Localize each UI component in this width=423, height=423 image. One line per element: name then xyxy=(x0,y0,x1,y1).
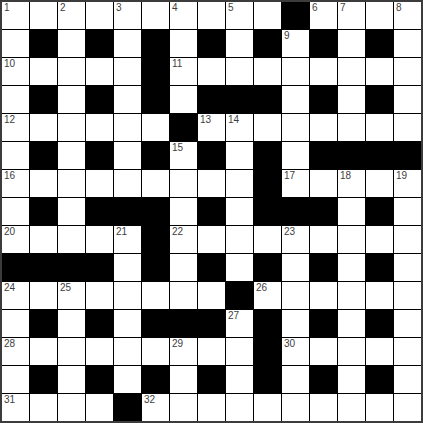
white-cell[interactable] xyxy=(338,58,365,85)
clue-number: 13 xyxy=(200,114,211,126)
clue-number: 3 xyxy=(116,2,122,14)
white-cell[interactable] xyxy=(310,170,337,197)
white-cell[interactable] xyxy=(170,170,197,197)
white-cell[interactable] xyxy=(282,310,309,337)
white-cell[interactable] xyxy=(58,366,85,393)
white-cell[interactable]: 2 xyxy=(58,2,85,29)
white-cell[interactable] xyxy=(394,282,421,309)
white-cell[interactable] xyxy=(114,142,141,169)
clue-number: 9 xyxy=(284,30,290,42)
white-cell[interactable]: 20 xyxy=(2,226,29,253)
white-cell[interactable] xyxy=(58,338,85,365)
black-cell xyxy=(142,30,169,57)
black-cell xyxy=(254,170,281,197)
clue-number: 31 xyxy=(4,394,15,406)
black-cell xyxy=(30,142,57,169)
black-cell xyxy=(142,226,169,253)
white-cell[interactable] xyxy=(198,170,225,197)
white-cell[interactable] xyxy=(282,86,309,113)
white-cell[interactable] xyxy=(226,198,253,225)
white-cell[interactable] xyxy=(394,198,421,225)
clue-number: 4 xyxy=(172,2,178,14)
clue-number: 20 xyxy=(4,226,15,238)
white-cell[interactable]: 27 xyxy=(226,310,253,337)
white-cell[interactable]: 6 xyxy=(310,2,337,29)
white-cell[interactable] xyxy=(254,226,281,253)
white-cell[interactable]: 24 xyxy=(2,282,29,309)
white-cell[interactable] xyxy=(30,394,57,421)
white-cell[interactable] xyxy=(198,282,225,309)
white-cell[interactable] xyxy=(366,338,393,365)
white-cell[interactable] xyxy=(254,58,281,85)
white-cell[interactable] xyxy=(58,226,85,253)
black-cell xyxy=(198,198,225,225)
black-cell xyxy=(30,86,57,113)
white-cell[interactable] xyxy=(282,282,309,309)
black-cell xyxy=(226,86,253,113)
white-cell[interactable] xyxy=(366,58,393,85)
black-cell xyxy=(30,30,57,57)
white-cell[interactable] xyxy=(58,142,85,169)
clue-number: 10 xyxy=(4,58,15,70)
clue-number: 15 xyxy=(172,142,183,154)
white-cell[interactable] xyxy=(226,254,253,281)
white-cell[interactable] xyxy=(310,338,337,365)
white-cell[interactable]: 17 xyxy=(282,170,309,197)
black-cell xyxy=(366,86,393,113)
white-cell[interactable] xyxy=(58,394,85,421)
clue-number: 28 xyxy=(4,338,15,350)
black-cell xyxy=(86,198,113,225)
white-cell[interactable] xyxy=(282,254,309,281)
black-cell xyxy=(114,394,141,421)
black-cell xyxy=(310,198,337,225)
black-cell xyxy=(142,58,169,85)
white-cell[interactable] xyxy=(310,58,337,85)
black-cell xyxy=(254,366,281,393)
clue-number: 22 xyxy=(172,226,183,238)
white-cell[interactable] xyxy=(58,86,85,113)
white-cell[interactable]: 3 xyxy=(114,2,141,29)
white-cell[interactable] xyxy=(86,338,113,365)
black-cell xyxy=(30,310,57,337)
white-cell[interactable] xyxy=(394,338,421,365)
black-cell xyxy=(142,254,169,281)
white-cell[interactable] xyxy=(86,58,113,85)
black-cell xyxy=(254,198,281,225)
black-cell xyxy=(86,254,113,281)
white-cell[interactable] xyxy=(86,394,113,421)
white-cell[interactable] xyxy=(86,226,113,253)
white-cell[interactable] xyxy=(366,170,393,197)
black-cell xyxy=(170,114,197,141)
white-cell[interactable] xyxy=(282,58,309,85)
black-cell xyxy=(366,254,393,281)
white-cell[interactable] xyxy=(114,282,141,309)
white-cell[interactable] xyxy=(2,310,29,337)
white-cell[interactable] xyxy=(114,58,141,85)
black-cell xyxy=(198,310,225,337)
white-cell[interactable] xyxy=(114,114,141,141)
black-cell xyxy=(254,338,281,365)
white-cell[interactable] xyxy=(142,282,169,309)
white-cell[interactable]: 31 xyxy=(2,394,29,421)
white-cell[interactable] xyxy=(198,2,225,29)
white-cell[interactable] xyxy=(170,86,197,113)
clue-number: 29 xyxy=(172,338,183,350)
white-cell[interactable]: 8 xyxy=(394,2,421,29)
white-cell[interactable] xyxy=(310,282,337,309)
black-cell xyxy=(142,310,169,337)
black-cell xyxy=(198,86,225,113)
black-cell xyxy=(142,142,169,169)
white-cell[interactable] xyxy=(2,366,29,393)
white-cell[interactable]: 9 xyxy=(282,30,309,57)
clue-number: 2 xyxy=(60,2,66,14)
white-cell[interactable]: 13 xyxy=(198,114,225,141)
black-cell xyxy=(282,198,309,225)
white-cell[interactable]: 30 xyxy=(282,338,309,365)
clue-number: 17 xyxy=(284,170,295,182)
black-cell xyxy=(142,86,169,113)
black-cell xyxy=(86,30,113,57)
black-cell xyxy=(366,366,393,393)
white-cell[interactable] xyxy=(282,366,309,393)
white-cell[interactable] xyxy=(394,254,421,281)
white-cell[interactable]: 26 xyxy=(254,282,281,309)
white-cell[interactable]: 15 xyxy=(170,142,197,169)
white-cell[interactable] xyxy=(30,226,57,253)
black-cell xyxy=(30,254,57,281)
white-cell[interactable] xyxy=(30,282,57,309)
clue-number: 8 xyxy=(396,2,402,14)
white-cell[interactable] xyxy=(30,2,57,29)
white-cell[interactable] xyxy=(198,226,225,253)
white-cell[interactable]: 16 xyxy=(2,170,29,197)
white-cell[interactable]: 7 xyxy=(338,2,365,29)
white-cell[interactable] xyxy=(58,198,85,225)
white-cell[interactable] xyxy=(142,114,169,141)
white-cell[interactable] xyxy=(226,58,253,85)
black-cell xyxy=(338,142,365,169)
black-cell xyxy=(254,310,281,337)
clue-number: 21 xyxy=(116,226,127,238)
white-cell[interactable] xyxy=(254,114,281,141)
white-cell[interactable] xyxy=(198,338,225,365)
white-cell[interactable]: 23 xyxy=(282,226,309,253)
black-cell xyxy=(86,142,113,169)
white-cell[interactable] xyxy=(394,310,421,337)
white-cell[interactable]: 4 xyxy=(170,2,197,29)
white-cell[interactable] xyxy=(226,226,253,253)
clue-number: 30 xyxy=(284,338,295,350)
clue-number: 18 xyxy=(340,170,351,182)
white-cell[interactable] xyxy=(86,2,113,29)
white-cell[interactable] xyxy=(30,338,57,365)
clue-number: 19 xyxy=(396,170,407,182)
white-cell[interactable] xyxy=(254,394,281,421)
white-cell[interactable] xyxy=(366,2,393,29)
white-cell[interactable] xyxy=(30,170,57,197)
black-cell xyxy=(310,254,337,281)
black-cell xyxy=(198,366,225,393)
white-cell[interactable] xyxy=(366,282,393,309)
black-cell xyxy=(310,142,337,169)
black-cell xyxy=(198,254,225,281)
black-cell xyxy=(366,142,393,169)
white-cell[interactable] xyxy=(338,254,365,281)
black-cell xyxy=(2,254,29,281)
white-cell[interactable] xyxy=(2,86,29,113)
white-cell[interactable] xyxy=(114,170,141,197)
white-cell[interactable]: 10 xyxy=(2,58,29,85)
white-cell[interactable] xyxy=(394,394,421,421)
white-cell[interactable] xyxy=(2,30,29,57)
white-cell[interactable] xyxy=(338,282,365,309)
black-cell xyxy=(30,198,57,225)
white-cell[interactable] xyxy=(142,2,169,29)
white-cell[interactable] xyxy=(366,394,393,421)
white-cell[interactable] xyxy=(226,394,253,421)
white-cell[interactable] xyxy=(142,338,169,365)
black-cell xyxy=(30,366,57,393)
clue-number: 26 xyxy=(256,282,267,294)
white-cell[interactable] xyxy=(282,114,309,141)
white-cell[interactable] xyxy=(114,310,141,337)
white-cell[interactable] xyxy=(198,394,225,421)
black-cell xyxy=(310,310,337,337)
clue-number: 24 xyxy=(4,282,15,294)
black-cell xyxy=(58,254,85,281)
white-cell[interactable]: 21 xyxy=(114,226,141,253)
white-cell[interactable] xyxy=(58,114,85,141)
clue-number: 7 xyxy=(340,2,346,14)
clue-number: 6 xyxy=(312,2,318,14)
white-cell[interactable] xyxy=(366,114,393,141)
white-cell[interactable]: 1 xyxy=(2,2,29,29)
clue-number: 27 xyxy=(228,310,239,322)
white-cell[interactable] xyxy=(142,170,169,197)
clue-number: 32 xyxy=(144,394,155,406)
clue-number: 16 xyxy=(4,170,15,182)
black-cell xyxy=(86,310,113,337)
white-cell[interactable] xyxy=(310,394,337,421)
white-cell[interactable]: 18 xyxy=(338,170,365,197)
clue-number: 14 xyxy=(228,114,239,126)
black-cell xyxy=(366,198,393,225)
white-cell[interactable] xyxy=(170,30,197,57)
white-cell[interactable] xyxy=(338,338,365,365)
white-cell[interactable] xyxy=(226,338,253,365)
white-cell[interactable] xyxy=(338,114,365,141)
clue-number: 23 xyxy=(284,226,295,238)
white-cell[interactable] xyxy=(394,366,421,393)
clue-number: 25 xyxy=(60,282,71,294)
white-cell[interactable] xyxy=(86,170,113,197)
white-cell[interactable] xyxy=(86,114,113,141)
white-cell[interactable]: 19 xyxy=(394,170,421,197)
white-cell[interactable]: 32 xyxy=(142,394,169,421)
white-cell[interactable] xyxy=(198,58,225,85)
black-cell xyxy=(226,282,253,309)
black-cell xyxy=(254,142,281,169)
white-cell[interactable] xyxy=(310,114,337,141)
white-cell[interactable] xyxy=(170,254,197,281)
black-cell xyxy=(282,2,309,29)
white-cell[interactable]: 5 xyxy=(226,2,253,29)
white-cell[interactable] xyxy=(338,366,365,393)
white-cell[interactable]: 28 xyxy=(2,338,29,365)
white-cell[interactable] xyxy=(394,114,421,141)
white-cell[interactable] xyxy=(170,394,197,421)
white-cell[interactable] xyxy=(226,366,253,393)
clue-number: 11 xyxy=(172,58,182,70)
black-cell xyxy=(86,366,113,393)
white-cell[interactable] xyxy=(394,58,421,85)
white-cell[interactable] xyxy=(58,310,85,337)
white-cell[interactable] xyxy=(58,170,85,197)
white-cell[interactable] xyxy=(30,58,57,85)
white-cell[interactable]: 29 xyxy=(170,338,197,365)
white-cell[interactable] xyxy=(226,30,253,57)
black-cell xyxy=(142,198,169,225)
white-cell[interactable] xyxy=(394,226,421,253)
white-cell[interactable] xyxy=(338,86,365,113)
white-cell[interactable] xyxy=(114,30,141,57)
white-cell[interactable] xyxy=(282,142,309,169)
black-cell xyxy=(114,198,141,225)
white-cell[interactable] xyxy=(338,30,365,57)
white-cell[interactable] xyxy=(310,226,337,253)
white-cell[interactable] xyxy=(338,198,365,225)
black-cell xyxy=(198,30,225,57)
white-cell[interactable] xyxy=(2,198,29,225)
white-cell[interactable] xyxy=(170,198,197,225)
black-cell xyxy=(366,310,393,337)
clue-number: 1 xyxy=(4,2,10,14)
crossword-board: 1234567891011121314151617181920212223242… xyxy=(0,0,423,423)
white-cell[interactable] xyxy=(226,170,253,197)
black-cell xyxy=(254,86,281,113)
white-cell[interactable] xyxy=(394,30,421,57)
white-cell[interactable]: 12 xyxy=(2,114,29,141)
black-cell xyxy=(198,142,225,169)
black-cell xyxy=(366,30,393,57)
white-cell[interactable] xyxy=(338,394,365,421)
white-cell[interactable] xyxy=(254,2,281,29)
white-cell[interactable] xyxy=(30,114,57,141)
black-cell xyxy=(310,366,337,393)
white-cell[interactable] xyxy=(2,142,29,169)
black-cell xyxy=(86,86,113,113)
black-cell xyxy=(254,30,281,57)
white-cell[interactable] xyxy=(114,366,141,393)
white-cell[interactable] xyxy=(114,338,141,365)
white-cell[interactable]: 22 xyxy=(170,226,197,253)
white-cell[interactable] xyxy=(170,282,197,309)
black-cell xyxy=(142,366,169,393)
white-cell[interactable] xyxy=(58,58,85,85)
white-cell[interactable] xyxy=(226,142,253,169)
white-cell[interactable]: 25 xyxy=(58,282,85,309)
white-cell[interactable] xyxy=(170,366,197,393)
black-cell xyxy=(310,30,337,57)
white-cell[interactable] xyxy=(114,254,141,281)
black-cell xyxy=(394,142,421,169)
black-cell xyxy=(254,254,281,281)
white-cell[interactable] xyxy=(394,86,421,113)
white-cell[interactable] xyxy=(58,30,85,57)
black-cell xyxy=(310,86,337,113)
white-cell[interactable] xyxy=(114,86,141,113)
clue-number: 12 xyxy=(4,114,15,126)
white-cell[interactable] xyxy=(338,226,365,253)
white-cell[interactable] xyxy=(366,226,393,253)
white-cell[interactable]: 14 xyxy=(226,114,253,141)
white-cell[interactable] xyxy=(282,394,309,421)
clue-number: 5 xyxy=(228,2,234,14)
white-cell[interactable] xyxy=(338,310,365,337)
white-cell[interactable] xyxy=(86,282,113,309)
black-cell xyxy=(170,310,197,337)
white-cell[interactable]: 11 xyxy=(170,58,197,85)
